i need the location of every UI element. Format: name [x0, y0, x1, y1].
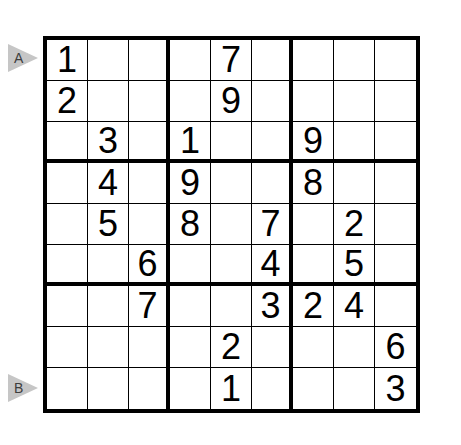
cell-r7c3: 7	[129, 286, 170, 327]
cell-r7c4[interactable]	[170, 286, 211, 327]
cell-r4c9[interactable]	[375, 163, 416, 204]
cell-r3c9[interactable]	[375, 122, 416, 163]
cell-r3c8[interactable]	[334, 122, 375, 163]
cell-r7c9[interactable]	[375, 286, 416, 327]
cell-r6c1[interactable]	[47, 245, 88, 286]
cell-r5c7[interactable]	[293, 204, 334, 245]
cell-r4c8[interactable]	[334, 163, 375, 204]
cell-r8c4[interactable]	[170, 327, 211, 368]
cell-r1c7[interactable]	[293, 40, 334, 81]
cell-r4c5[interactable]	[211, 163, 252, 204]
cell-r9c1[interactable]	[47, 368, 88, 409]
cell-r1c4[interactable]	[170, 40, 211, 81]
cell-r6c2[interactable]	[88, 245, 129, 286]
cell-r9c9: 3	[375, 368, 416, 409]
cell-r9c8[interactable]	[334, 368, 375, 409]
cell-r9c6[interactable]	[252, 368, 293, 409]
cell-r9c5: 1	[211, 368, 252, 409]
cell-r1c1: 1	[47, 40, 88, 81]
sudoku-board: 1729319498587264573242613	[43, 36, 420, 413]
cell-r6c4[interactable]	[170, 245, 211, 286]
cell-r5c9[interactable]	[375, 204, 416, 245]
cell-r6c5[interactable]	[211, 245, 252, 286]
cell-r1c6[interactable]	[252, 40, 293, 81]
cell-r6c8: 5	[334, 245, 375, 286]
cell-r6c7[interactable]	[293, 245, 334, 286]
cell-r9c3[interactable]	[129, 368, 170, 409]
cell-r1c5: 7	[211, 40, 252, 81]
cell-r7c5[interactable]	[211, 286, 252, 327]
cell-r6c9[interactable]	[375, 245, 416, 286]
cell-r8c5: 2	[211, 327, 252, 368]
cell-r4c3[interactable]	[129, 163, 170, 204]
cell-r8c8[interactable]	[334, 327, 375, 368]
cell-r3c4: 1	[170, 122, 211, 163]
cell-r8c2[interactable]	[88, 327, 129, 368]
cell-r7c1[interactable]	[47, 286, 88, 327]
cell-r2c3[interactable]	[129, 81, 170, 122]
cell-r3c6[interactable]	[252, 122, 293, 163]
cell-r4c7: 8	[293, 163, 334, 204]
cell-r1c2[interactable]	[88, 40, 129, 81]
cell-r2c1: 2	[47, 81, 88, 122]
cell-r8c3[interactable]	[129, 327, 170, 368]
cell-r8c6[interactable]	[252, 327, 293, 368]
cell-r9c4[interactable]	[170, 368, 211, 409]
marker-b-label: B	[14, 380, 23, 396]
row-marker-b: B	[8, 374, 38, 402]
marker-a-label: A	[14, 50, 23, 66]
cell-r2c5: 9	[211, 81, 252, 122]
cell-r5c8: 2	[334, 204, 375, 245]
cell-r6c3: 6	[129, 245, 170, 286]
cell-r8c7[interactable]	[293, 327, 334, 368]
cell-r2c6[interactable]	[252, 81, 293, 122]
cell-r4c6[interactable]	[252, 163, 293, 204]
cell-r7c6: 3	[252, 286, 293, 327]
cell-r5c3[interactable]	[129, 204, 170, 245]
cell-r1c9[interactable]	[375, 40, 416, 81]
cell-r5c6: 7	[252, 204, 293, 245]
cell-r2c7[interactable]	[293, 81, 334, 122]
cell-r6c6: 4	[252, 245, 293, 286]
cell-r3c5[interactable]	[211, 122, 252, 163]
cell-r7c7: 2	[293, 286, 334, 327]
cell-r9c2[interactable]	[88, 368, 129, 409]
cell-r5c4: 8	[170, 204, 211, 245]
cell-r3c7: 9	[293, 122, 334, 163]
cell-r2c4[interactable]	[170, 81, 211, 122]
cell-r1c3[interactable]	[129, 40, 170, 81]
row-marker-a: A	[8, 44, 38, 72]
cell-r8c1[interactable]	[47, 327, 88, 368]
cell-r2c2[interactable]	[88, 81, 129, 122]
cell-r4c1[interactable]	[47, 163, 88, 204]
cell-r5c2: 5	[88, 204, 129, 245]
cell-r9c7[interactable]	[293, 368, 334, 409]
cell-r8c9: 6	[375, 327, 416, 368]
cell-r5c1[interactable]	[47, 204, 88, 245]
cell-r3c3[interactable]	[129, 122, 170, 163]
sudoku-page: A 1729319498587264573242613 B	[0, 0, 461, 445]
cell-r5c5[interactable]	[211, 204, 252, 245]
cell-r2c9[interactable]	[375, 81, 416, 122]
cell-r4c2: 4	[88, 163, 129, 204]
cell-r3c2: 3	[88, 122, 129, 163]
cell-r7c8: 4	[334, 286, 375, 327]
cell-r7c2[interactable]	[88, 286, 129, 327]
cell-r2c8[interactable]	[334, 81, 375, 122]
cell-r3c1[interactable]	[47, 122, 88, 163]
cell-r4c4: 9	[170, 163, 211, 204]
cell-r1c8[interactable]	[334, 40, 375, 81]
